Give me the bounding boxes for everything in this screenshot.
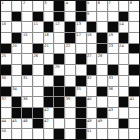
cell-r6c5[interactable] [44,54,54,64]
clue-number: 19 [108,33,113,37]
cell-r2c13[interactable] [129,12,139,22]
cell-r7c6[interactable]: 29 [54,65,64,75]
cell-r5c9[interactable] [87,44,97,54]
cell-r2c12-block [119,12,129,22]
cell-r12c12-block [119,119,129,129]
clue-number: 13 [76,22,81,26]
cell-r2c8-block [76,12,86,22]
cell-r7c13-block [129,65,139,75]
cell-r2c9[interactable]: 9 [87,12,97,22]
clue-number: 5 [87,1,89,5]
cell-r3c4[interactable]: 11 [33,22,43,32]
cell-r5c7[interactable]: 22 [65,44,75,54]
cell-r3c7-block [65,22,75,32]
clue-number: 16 [44,33,49,37]
cell-r7c5-block [44,65,54,75]
cell-r13c3[interactable] [22,129,32,139]
cell-r6c4[interactable]: 26 [33,54,43,64]
cell-r1c10[interactable]: 6 [97,1,107,11]
cell-r8c6-block [54,76,64,86]
clue-number: 4 [66,1,68,5]
cell-r1c2[interactable] [12,1,22,11]
clue-number: 34 [12,87,17,91]
cell-r6c1[interactable]: 25 [1,54,11,64]
cell-r4c6[interactable] [54,33,64,43]
cell-r8c13[interactable] [129,76,139,86]
cell-r4c8[interactable]: 17 [76,33,86,43]
clue-number: 41 [130,97,135,101]
clue-number: 7 [108,1,110,5]
clue-number: 35 [76,87,81,91]
cell-r10c10[interactable] [97,97,107,107]
cell-r3c3[interactable] [22,22,32,32]
cell-r2c7[interactable] [65,12,75,22]
cell-r4c11[interactable]: 19 [108,33,118,43]
cell-r7c2[interactable] [12,65,22,75]
cell-r2c2-block [12,12,22,22]
cell-r8c8-block [76,76,86,86]
clue-number: 43 [108,108,113,112]
cell-r13c4[interactable] [33,129,43,139]
clue-number: 33 [108,76,113,80]
cell-r4c10-block [97,33,107,43]
cell-r11c12[interactable] [119,108,129,118]
cell-r5c6[interactable] [54,44,64,54]
cell-r13c7[interactable] [65,129,75,139]
cell-r5c5[interactable]: 21 [44,44,54,54]
clue-number: 47 [44,119,49,123]
clue-number: 9 [87,12,89,16]
clue-number: 37 [2,97,7,101]
cell-r3c6[interactable]: 12 [54,22,64,32]
cell-r6c7[interactable] [65,54,75,64]
cell-r13c11[interactable] [108,129,118,139]
cell-r8c5[interactable] [44,76,54,86]
cell-r9c2[interactable]: 34 [12,87,22,97]
cell-r9c9[interactable] [87,87,97,97]
cell-r6c8-block [76,54,86,64]
cell-r11c4-block [33,108,43,118]
cell-r11c6-block [54,108,64,118]
cell-r13c2[interactable] [12,129,22,139]
cell-r8c3[interactable]: 31 [22,76,32,86]
cell-r7c7[interactable] [65,65,75,75]
cell-r4c13[interactable] [129,33,139,43]
cell-r5c13-block [129,44,139,54]
cell-r10c9[interactable]: 40 [87,97,97,107]
cell-r8c4[interactable] [33,76,43,86]
clue-number: 28 [98,54,103,58]
clue-number: 2 [23,1,25,5]
clue-number: 44 [2,119,7,123]
cell-r2c4-block [33,12,43,22]
cell-r3c13[interactable] [129,22,139,32]
clue-number: 32 [87,76,92,80]
cell-r12c3[interactable]: 46 [22,119,32,129]
cell-r12c6[interactable] [54,119,64,129]
cell-r3c10[interactable] [97,22,107,32]
cell-r11c8-block [76,108,86,118]
cell-r8c1[interactable]: 30 [1,76,11,86]
clue-number: 31 [23,76,28,80]
cell-r6c2[interactable] [12,54,22,64]
cell-r13c1[interactable]: 50 [1,129,11,139]
cell-r10c13[interactable]: 41 [129,97,139,107]
cell-r12c7[interactable] [65,119,75,129]
cell-r9c10-block [97,87,107,97]
cell-r7c10[interactable] [97,65,107,75]
cell-r12c10[interactable]: 49 [97,119,107,129]
clue-number: 11 [34,22,39,26]
clue-number: 30 [2,76,7,80]
cell-r7c12[interactable] [119,65,129,75]
cell-r13c13[interactable] [129,129,139,139]
cell-r9c6-block [54,87,64,97]
cell-r7c11-block [108,65,118,75]
clue-number: 42 [44,108,49,112]
clue-number: 15 [23,33,28,37]
clue-number: 36 [108,87,113,91]
cell-r6c6-block [54,54,64,64]
cell-r11c7[interactable] [65,108,75,118]
cell-r9c3[interactable] [22,87,32,97]
clue-number: 45 [12,119,17,123]
cell-r12c2[interactable]: 45 [12,119,22,129]
cell-r4c7-block [65,33,75,43]
clue-number: 50 [2,129,7,133]
cell-r1c12[interactable] [119,1,129,11]
cell-r1c5[interactable]: 3 [44,1,54,11]
cell-r1c1[interactable]: 1 [1,1,11,11]
cell-r6c9[interactable]: 27 [87,54,97,64]
cell-r13c9[interactable]: 51 [87,129,97,139]
cell-r5c12[interactable]: 24 [119,44,129,54]
cell-r2c3[interactable] [22,12,32,22]
cell-r2c11[interactable] [108,12,118,22]
cell-r11c3-block [22,108,32,118]
cell-r1c8-block [76,1,86,11]
cell-r9c13-block [129,87,139,97]
cell-r10c11[interactable] [108,97,118,107]
cell-r2c1[interactable] [1,12,11,22]
cell-r2c5[interactable] [44,12,54,22]
cell-r10c12-block [119,97,129,107]
clue-number: 48 [87,119,92,123]
cell-r9c4[interactable] [33,87,43,97]
cell-r13c5[interactable] [44,129,54,139]
cell-r8c12[interactable] [119,76,129,86]
cell-r13c12[interactable] [119,129,129,139]
clue-number: 46 [23,119,28,123]
clue-number: 20 [12,44,17,48]
cell-r4c2-block [12,33,22,43]
clue-number: 26 [34,54,39,58]
cell-r6c13[interactable] [129,54,139,64]
cell-r5c1-block [1,44,11,54]
cell-r5c11[interactable]: 23 [108,44,118,54]
cell-r4c5[interactable]: 16 [44,33,54,43]
cell-r3c1[interactable]: 10 [1,22,11,32]
clue-number: 38 [23,97,28,101]
cell-r10c1[interactable]: 37 [1,97,11,107]
cell-r12c4-block [33,119,43,129]
clue-number: 25 [2,54,7,58]
clue-number: 8 [130,1,132,5]
cell-r3c8[interactable]: 13 [76,22,86,32]
cell-r10c3[interactable]: 38 [22,97,32,107]
cell-r1c11[interactable]: 7 [108,1,118,11]
cell-r6c11[interactable] [108,54,118,64]
clue-number: 27 [87,54,92,58]
cell-r12c5[interactable]: 47 [44,119,54,129]
cell-r1c9[interactable]: 5 [87,1,97,11]
cell-r13c10[interactable] [97,129,107,139]
clue-number: 3 [44,1,46,5]
cell-r4c1[interactable] [1,33,11,43]
cell-r4c3[interactable]: 15 [22,33,32,43]
cell-r10c6-block [54,97,64,107]
clue-number: 10 [2,22,7,26]
clue-number: 24 [119,44,124,48]
cell-r11c10-block [97,108,107,118]
cell-r5c3[interactable] [22,44,32,54]
cell-r12c11[interactable] [108,119,118,129]
cell-r12c8-block [76,119,86,129]
cell-r11c1[interactable] [1,108,11,118]
cell-r9c11[interactable]: 36 [108,87,118,97]
cell-r5c10-block [97,44,107,54]
cell-r12c9[interactable]: 48 [87,119,97,129]
clue-number: 22 [66,44,71,48]
cell-r9c1-block [1,87,11,97]
clue-number: 12 [55,22,60,26]
cell-r1c6-block [54,1,64,11]
cell-r13c6-block [54,129,64,139]
clue-number: 21 [44,44,49,48]
cell-r3c2[interactable] [12,22,22,32]
crossword-grid: 1234567891011121314151617181920212223242… [0,0,140,140]
clue-number: 17 [76,33,81,37]
cell-r8c11[interactable]: 33 [108,76,118,86]
clue-number: 51 [87,129,92,133]
cell-r1c7[interactable]: 4 [65,1,75,11]
cell-r6c12[interactable] [119,54,129,64]
clue-number: 6 [98,1,100,5]
cell-r7c8[interactable] [76,65,86,75]
clue-number: 40 [87,97,92,101]
cell-r7c9-block [87,65,97,75]
cell-r9c8[interactable]: 35 [76,87,86,97]
cell-r2c10[interactable] [97,12,107,22]
cell-r4c12-block [119,33,129,43]
cell-r10c4[interactable] [33,97,43,107]
cell-r1c3[interactable]: 2 [22,1,32,11]
cell-r7c1-block [1,65,11,75]
cell-r8c2[interactable] [12,76,22,86]
cell-r10c7[interactable]: 39 [65,97,75,107]
clue-number: 29 [55,65,60,69]
cell-r11c5[interactable]: 42 [44,108,54,118]
clue-number: 23 [108,44,113,48]
clue-number: 49 [98,119,103,123]
cell-r3c11-block [108,22,118,32]
cell-r4c9[interactable]: 18 [87,33,97,43]
cell-r3c5-block [44,22,54,32]
cell-r1c13[interactable]: 8 [129,1,139,11]
cell-r9c12[interactable] [119,87,129,97]
cell-r11c9[interactable] [87,108,97,118]
cell-r6c10[interactable]: 28 [97,54,107,64]
cell-r5c8[interactable] [76,44,86,54]
cell-r8c7[interactable] [65,76,75,86]
cell-r5c2[interactable]: 20 [12,44,22,54]
cell-r6c3[interactable] [22,54,32,64]
cell-r10c5-block [44,97,54,107]
clue-number: 39 [66,97,71,101]
clue-number: 1 [2,1,4,5]
cell-r11c11[interactable]: 43 [108,108,118,118]
cell-r10c2-block [12,97,22,107]
cell-r5c4-block [33,44,43,54]
cell-r11c2-block [12,108,22,118]
cell-r3c12[interactable]: 14 [119,22,129,32]
cell-r2c6-block [54,12,64,22]
cell-r7c3-block [22,65,32,75]
cell-r8c10[interactable] [97,76,107,86]
cell-r11c13[interactable] [129,108,139,118]
cell-r9c7-block [65,87,75,97]
cell-r10c8-block [76,97,86,107]
clue-number: 18 [87,33,92,37]
cell-r13c8-block [76,129,86,139]
cell-r9c5-block [44,87,54,97]
cell-r1c4[interactable] [33,1,43,11]
clue-number: 14 [119,22,124,26]
cell-r3c9-block [87,22,97,32]
cell-r7c4[interactable] [33,65,43,75]
cell-r4c4[interactable] [33,33,43,43]
cell-r12c13[interactable] [129,119,139,129]
cell-r8c9[interactable]: 32 [87,76,97,86]
cell-r12c1[interactable]: 44 [1,119,11,129]
